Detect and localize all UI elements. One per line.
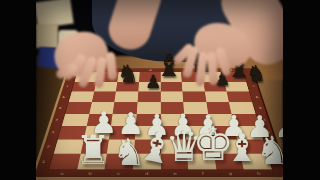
letterbox-left [0, 0, 36, 180]
webcam-frame: abcdefgh abcdefgh 87654321 87654321 ♞♟♞♝… [0, 0, 320, 180]
video-area: abcdefgh abcdefgh 87654321 87654321 ♞♟♞♝… [36, 0, 283, 180]
letterbox-right [283, 0, 320, 180]
right-finger [195, 52, 208, 87]
right-arm [36, 0, 283, 180]
